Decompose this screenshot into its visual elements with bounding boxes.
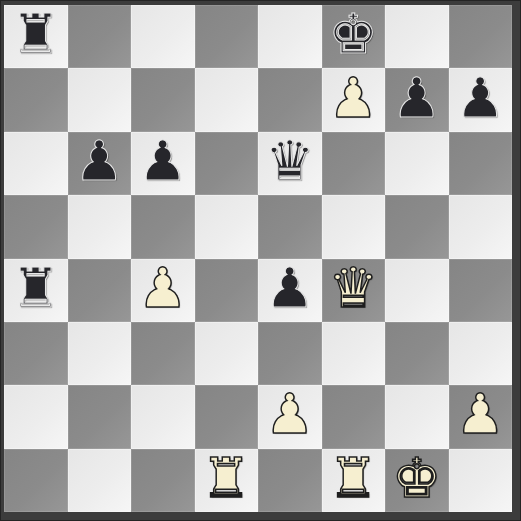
- square-f8[interactable]: ♚: [322, 5, 386, 68]
- white-pawn: ♟: [138, 261, 187, 316]
- square-c3[interactable]: [131, 322, 195, 385]
- square-e8[interactable]: [258, 5, 322, 68]
- square-e3[interactable]: [258, 322, 322, 385]
- square-f6[interactable]: [322, 132, 386, 195]
- square-d2[interactable]: [195, 385, 259, 448]
- square-b6[interactable]: ♟: [68, 132, 132, 195]
- square-b5[interactable]: [68, 195, 132, 258]
- square-d6[interactable]: [195, 132, 259, 195]
- square-c4[interactable]: ♟: [131, 259, 195, 322]
- square-c6[interactable]: ♟: [131, 132, 195, 195]
- square-h7[interactable]: ♟: [449, 68, 513, 131]
- square-g4[interactable]: [385, 259, 449, 322]
- square-c2[interactable]: [131, 385, 195, 448]
- square-d4[interactable]: [195, 259, 259, 322]
- square-h1[interactable]: [449, 449, 513, 512]
- square-b3[interactable]: [68, 322, 132, 385]
- white-pawn: ♟: [329, 71, 378, 126]
- square-h8[interactable]: [449, 5, 513, 68]
- square-e4[interactable]: ♟: [258, 259, 322, 322]
- black-rook: ♜: [11, 7, 60, 62]
- square-h5[interactable]: [449, 195, 513, 258]
- black-king: ♚: [329, 7, 378, 62]
- square-a5[interactable]: [4, 195, 68, 258]
- black-pawn: ♟: [75, 134, 124, 189]
- square-e1[interactable]: [258, 449, 322, 512]
- square-g3[interactable]: [385, 322, 449, 385]
- square-d1[interactable]: ♜: [195, 449, 259, 512]
- square-a1[interactable]: [4, 449, 68, 512]
- square-c8[interactable]: [131, 5, 195, 68]
- square-h3[interactable]: [449, 322, 513, 385]
- square-a6[interactable]: [4, 132, 68, 195]
- square-f5[interactable]: [322, 195, 386, 258]
- square-g7[interactable]: ♟: [385, 68, 449, 131]
- square-f4[interactable]: ♛: [322, 259, 386, 322]
- square-g8[interactable]: [385, 5, 449, 68]
- square-b7[interactable]: [68, 68, 132, 131]
- black-pawn: ♟: [392, 71, 441, 126]
- chess-board: ♜♚♟♟♟♟♟♛♜♟♟♛♟♟♜♜♚: [4, 5, 512, 512]
- square-f2[interactable]: [322, 385, 386, 448]
- square-e7[interactable]: [258, 68, 322, 131]
- white-pawn: ♟: [456, 387, 505, 442]
- square-a7[interactable]: [4, 68, 68, 131]
- square-h4[interactable]: [449, 259, 513, 322]
- board-frame: ♜♚♟♟♟♟♟♛♜♟♟♛♟♟♜♜♚: [0, 0, 521, 521]
- white-pawn: ♟: [265, 387, 314, 442]
- square-a8[interactable]: ♜: [4, 5, 68, 68]
- black-pawn: ♟: [456, 71, 505, 126]
- square-d3[interactable]: [195, 322, 259, 385]
- square-d5[interactable]: [195, 195, 259, 258]
- square-g5[interactable]: [385, 195, 449, 258]
- white-queen: ♛: [329, 261, 378, 316]
- square-h6[interactable]: [449, 132, 513, 195]
- black-queen: ♛: [265, 134, 314, 189]
- square-a4[interactable]: ♜: [4, 259, 68, 322]
- square-e2[interactable]: ♟: [258, 385, 322, 448]
- black-pawn: ♟: [265, 261, 314, 316]
- square-b4[interactable]: [68, 259, 132, 322]
- white-rook: ♜: [329, 451, 378, 506]
- square-d8[interactable]: [195, 5, 259, 68]
- square-a3[interactable]: [4, 322, 68, 385]
- square-c1[interactable]: [131, 449, 195, 512]
- square-f1[interactable]: ♜: [322, 449, 386, 512]
- square-e5[interactable]: [258, 195, 322, 258]
- square-h2[interactable]: ♟: [449, 385, 513, 448]
- square-f7[interactable]: ♟: [322, 68, 386, 131]
- square-c7[interactable]: [131, 68, 195, 131]
- white-king: ♚: [392, 451, 441, 506]
- square-f3[interactable]: [322, 322, 386, 385]
- square-b1[interactable]: [68, 449, 132, 512]
- square-d7[interactable]: [195, 68, 259, 131]
- square-a2[interactable]: [4, 385, 68, 448]
- square-g1[interactable]: ♚: [385, 449, 449, 512]
- square-g6[interactable]: [385, 132, 449, 195]
- black-pawn: ♟: [138, 134, 187, 189]
- black-rook: ♜: [11, 261, 60, 316]
- square-b2[interactable]: [68, 385, 132, 448]
- square-b8[interactable]: [68, 5, 132, 68]
- square-c5[interactable]: [131, 195, 195, 258]
- white-rook: ♜: [202, 451, 251, 506]
- square-e6[interactable]: ♛: [258, 132, 322, 195]
- square-g2[interactable]: [385, 385, 449, 448]
